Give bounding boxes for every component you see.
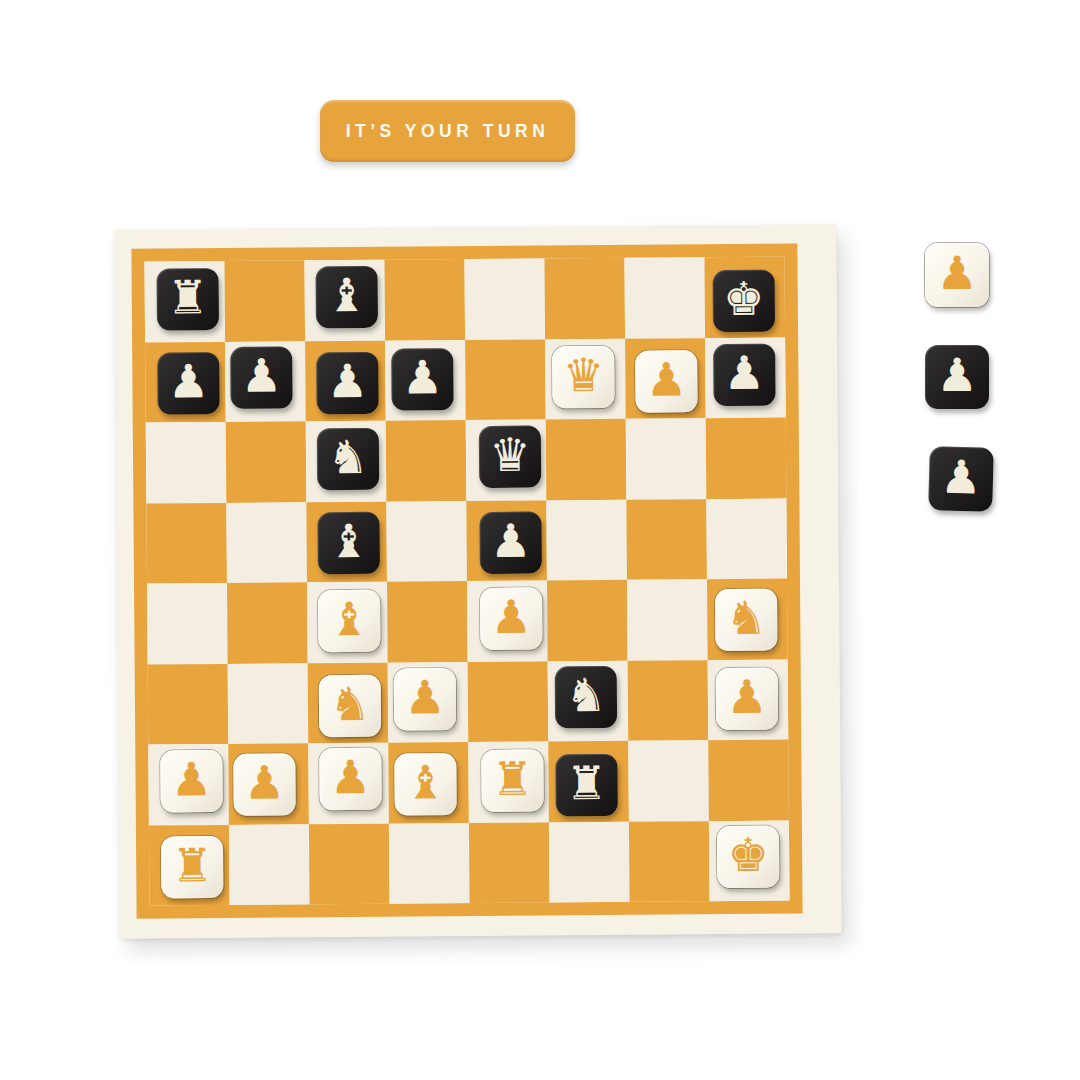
white-rook-icon: ♜ <box>492 756 534 802</box>
square-d1[interactable] <box>389 823 470 904</box>
piece-black-pawn-b7[interactable]: ♟ <box>230 346 292 408</box>
square-g2[interactable] <box>628 740 709 821</box>
square-b2[interactable]: ♟ <box>228 743 309 824</box>
square-a3[interactable] <box>148 663 229 744</box>
square-f2[interactable]: ♜ <box>548 741 629 822</box>
product-photo: IT’S YOUR TURN ♜♝♚♟♟♟♟♛♟♟♞♛♝♟♝♟♞♞♟♞♟♟♟♟♝… <box>0 0 1080 1080</box>
square-a2[interactable]: ♟ <box>148 744 229 825</box>
piece-black-king-h8[interactable]: ♚ <box>713 270 775 332</box>
square-h4[interactable]: ♞ <box>707 579 788 660</box>
captured-black-pawn[interactable]: ♟ <box>925 345 989 409</box>
piece-black-bishop-c5[interactable]: ♝ <box>317 512 379 574</box>
square-d6[interactable] <box>386 420 467 501</box>
captured-black-pawn[interactable]: ♟ <box>928 446 994 512</box>
square-h8[interactable]: ♚ <box>704 257 785 338</box>
square-b8[interactable] <box>224 260 305 341</box>
square-b5[interactable] <box>226 502 307 583</box>
square-c1[interactable] <box>309 823 390 904</box>
white-knight-icon: ♞ <box>725 595 767 641</box>
board-grid: ♜♝♚♟♟♟♟♛♟♟♞♛♝♟♝♟♞♞♟♞♟♟♟♟♝♜♜♜♚ <box>144 257 789 906</box>
square-e2[interactable]: ♜ <box>468 741 549 822</box>
square-b4[interactable] <box>227 582 308 663</box>
black-pawn-icon: ♟ <box>490 517 532 563</box>
square-c2[interactable]: ♟ <box>308 743 389 824</box>
square-c5[interactable]: ♝ <box>306 501 387 582</box>
white-queen-icon: ♛ <box>563 352 605 398</box>
white-pawn-icon: ♟ <box>936 250 977 296</box>
board-frame: ♜♝♚♟♟♟♟♛♟♟♞♛♝♟♝♟♞♞♟♞♟♟♟♟♝♜♜♜♚ <box>131 243 802 918</box>
black-rook-icon: ♜ <box>566 760 608 806</box>
square-d4[interactable] <box>387 581 468 662</box>
square-h2[interactable] <box>708 740 789 821</box>
square-f6[interactable] <box>546 419 627 500</box>
square-e7[interactable] <box>465 339 546 420</box>
piece-white-king-h1[interactable]: ♚ <box>717 825 779 887</box>
piece-white-pawn-h3[interactable]: ♟ <box>716 667 778 729</box>
black-pawn-icon: ♟ <box>168 358 210 404</box>
white-king-icon: ♚ <box>727 831 769 877</box>
turn-banner: IT’S YOUR TURN <box>320 100 575 162</box>
black-pawn-icon: ♟ <box>940 453 982 500</box>
piece-black-rook-a8[interactable]: ♜ <box>157 268 219 330</box>
square-d8[interactable] <box>384 259 465 340</box>
piece-white-knight-h4[interactable]: ♞ <box>715 589 777 651</box>
square-g3[interactable] <box>628 660 709 741</box>
white-rook-icon: ♜ <box>171 842 213 888</box>
square-g6[interactable] <box>626 418 707 499</box>
square-a4[interactable] <box>147 583 228 664</box>
square-h6[interactable] <box>706 418 787 499</box>
black-pawn-icon: ♟ <box>402 354 444 400</box>
square-a1[interactable]: ♜ <box>149 824 230 905</box>
square-g1[interactable] <box>629 821 710 902</box>
square-d7[interactable]: ♟ <box>385 340 466 421</box>
square-a8[interactable]: ♜ <box>144 261 225 342</box>
piece-black-bishop-c8[interactable]: ♝ <box>316 266 378 328</box>
square-f3[interactable]: ♞ <box>548 660 629 741</box>
captured-white-pawn[interactable]: ♟ <box>925 243 989 307</box>
black-rook-icon: ♜ <box>167 274 209 320</box>
square-g4[interactable] <box>627 579 708 660</box>
piece-black-pawn-d7[interactable]: ♟ <box>391 348 453 410</box>
square-h3[interactable]: ♟ <box>708 659 789 740</box>
square-g7[interactable]: ♟ <box>625 338 706 419</box>
square-a6[interactable] <box>146 422 227 503</box>
square-a7[interactable]: ♟ <box>145 341 226 422</box>
piece-white-pawn-e4[interactable]: ♟ <box>480 588 542 650</box>
square-f1[interactable] <box>549 821 630 902</box>
square-f4[interactable] <box>547 580 628 661</box>
piece-black-rook-f2[interactable]: ♜ <box>555 754 617 816</box>
piece-white-pawn-b2[interactable]: ♟ <box>233 754 295 816</box>
black-queen-icon: ♛ <box>489 432 531 478</box>
white-pawn-icon: ♟ <box>726 673 768 719</box>
piece-black-pawn-h7[interactable]: ♟ <box>713 343 775 405</box>
square-d5[interactable] <box>386 501 467 582</box>
piece-white-bishop-c4[interactable]: ♝ <box>318 590 380 652</box>
white-pawn-icon: ♟ <box>244 760 286 806</box>
white-pawn-icon: ♟ <box>646 356 688 402</box>
piece-white-pawn-g7[interactable]: ♟ <box>635 350 697 412</box>
piece-black-knight-c6[interactable]: ♞ <box>317 428 379 490</box>
black-king-icon: ♚ <box>723 276 765 322</box>
black-pawn-icon: ♟ <box>724 349 766 395</box>
square-h5[interactable] <box>706 498 787 579</box>
piece-black-pawn-c7[interactable]: ♟ <box>316 352 378 414</box>
piece-black-knight-f3[interactable]: ♞ <box>555 666 617 728</box>
square-h7[interactable]: ♟ <box>705 337 786 418</box>
square-e4[interactable]: ♟ <box>467 580 548 661</box>
square-c8[interactable]: ♝ <box>304 260 385 341</box>
piece-white-queen-f7[interactable]: ♛ <box>552 346 614 408</box>
black-pawn-icon: ♟ <box>327 358 369 404</box>
black-knight-icon: ♞ <box>327 434 369 480</box>
square-e8[interactable] <box>464 258 545 339</box>
square-c7[interactable]: ♟ <box>305 340 386 421</box>
square-e3[interactable] <box>468 661 549 742</box>
black-pawn-icon: ♟ <box>241 352 283 398</box>
square-d3[interactable]: ♟ <box>388 662 469 743</box>
captured-pieces-tray: ♟♟♟ <box>925 243 989 511</box>
square-c6[interactable]: ♞ <box>306 421 387 502</box>
piece-black-pawn-e5[interactable]: ♟ <box>479 511 541 573</box>
square-e5[interactable]: ♟ <box>466 500 547 581</box>
piece-white-rook-a1[interactable]: ♜ <box>161 836 223 898</box>
piece-white-pawn-c2[interactable]: ♟ <box>319 748 381 810</box>
white-bishop-icon: ♝ <box>405 760 447 806</box>
piece-white-pawn-d3[interactable]: ♟ <box>394 668 456 730</box>
piece-white-rook-e2[interactable]: ♜ <box>481 750 543 812</box>
piece-white-knight-c3[interactable]: ♞ <box>319 675 381 737</box>
square-c4[interactable]: ♝ <box>307 582 388 663</box>
square-e1[interactable] <box>469 822 550 903</box>
white-pawn-icon: ♟ <box>490 594 532 640</box>
square-a5[interactable] <box>146 502 227 583</box>
white-knight-icon: ♞ <box>329 681 371 727</box>
black-knight-icon: ♞ <box>565 672 607 718</box>
square-c3[interactable]: ♞ <box>308 662 389 743</box>
turn-banner-label: IT’S YOUR TURN <box>346 121 550 142</box>
square-d2[interactable]: ♝ <box>388 742 469 823</box>
black-bishop-icon: ♝ <box>326 272 368 318</box>
square-f8[interactable] <box>544 258 625 339</box>
square-b6[interactable] <box>226 421 307 502</box>
white-pawn-icon: ♟ <box>404 674 446 720</box>
square-f7[interactable]: ♛ <box>545 338 626 419</box>
square-b1[interactable] <box>229 824 310 905</box>
piece-black-pawn-a7[interactable]: ♟ <box>157 352 219 414</box>
white-pawn-icon: ♟ <box>330 754 372 800</box>
square-g8[interactable] <box>624 257 705 338</box>
piece-white-pawn-a2[interactable]: ♟ <box>160 750 222 812</box>
square-b7[interactable]: ♟ <box>225 341 306 422</box>
piece-white-bishop-d2[interactable]: ♝ <box>394 753 456 815</box>
chess-board: ♜♝♚♟♟♟♟♛♟♟♞♛♝♟♝♟♞♞♟♞♟♟♟♟♝♜♜♜♚ <box>114 224 842 939</box>
square-b3[interactable] <box>228 663 309 744</box>
square-h1[interactable]: ♚ <box>709 820 790 901</box>
square-e6[interactable]: ♛ <box>466 419 547 500</box>
white-bishop-icon: ♝ <box>328 596 370 642</box>
white-pawn-icon: ♟ <box>171 756 213 802</box>
black-pawn-icon: ♟ <box>936 352 977 398</box>
square-g5[interactable] <box>626 499 707 580</box>
piece-black-queen-e6[interactable]: ♛ <box>479 426 541 488</box>
black-bishop-icon: ♝ <box>328 518 370 564</box>
square-f5[interactable] <box>546 499 627 580</box>
